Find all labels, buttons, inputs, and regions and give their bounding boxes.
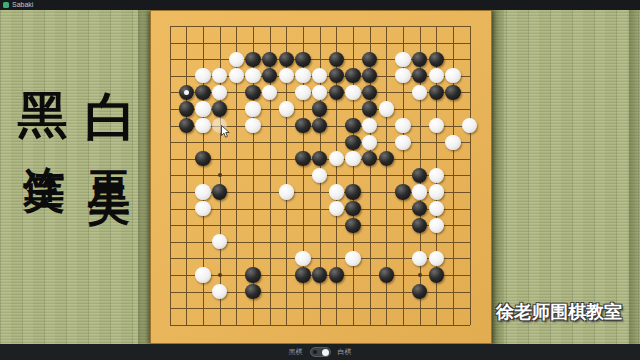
black-stone [295,52,310,67]
white-stone [312,85,327,100]
white-stone [395,118,410,133]
white-stone [212,68,227,83]
white-stone [379,101,394,116]
black-stone [345,118,360,133]
star-point [218,273,222,277]
star-point [218,173,222,177]
white-stone [395,68,410,83]
grid-line-vertical [470,26,471,325]
black-stone [179,101,194,116]
toggle-knob[interactable] [322,349,329,356]
grid-line-horizontal [170,308,470,309]
black-stone [312,267,327,282]
window-titlebar[interactable]: Sabaki [0,0,640,10]
white-stone [345,85,360,100]
black-stone [379,267,394,282]
black-stone [295,151,310,166]
mouse-cursor-icon [221,124,230,142]
black-stone [195,151,210,166]
grid-line-horizontal [170,325,470,326]
go-board[interactable] [150,10,492,344]
black-stone [312,101,327,116]
black-stone [362,52,377,67]
white-stone [279,68,294,83]
white-stone [429,184,444,199]
white-stone [312,68,327,83]
mat-seam-left [138,10,149,344]
black-stone [212,184,227,199]
white-stone [329,184,344,199]
black-stone [412,168,427,183]
white-stone [429,168,444,183]
black-stone [412,52,427,67]
black-stone [245,52,260,67]
white-stone [429,251,444,266]
black-stone [279,52,294,67]
white-stone [195,101,210,116]
white-stone [295,251,310,266]
white-stone [345,151,360,166]
white-stone [195,118,210,133]
white-stone [279,101,294,116]
black-stone [212,101,227,116]
white-stone [429,218,444,233]
white-stone [262,85,277,100]
white-stone [229,52,244,67]
bottom-toolbar: 黑棋 白棋 [0,344,640,360]
black-stone [362,151,377,166]
black-stone [295,118,310,133]
black-stone [412,201,427,216]
black-stone [362,85,377,100]
white-stone [412,184,427,199]
black-stone [412,68,427,83]
black-stone [295,267,310,282]
white-stone [329,151,344,166]
toggle-black-label: 黑棋 [289,344,303,360]
mat-seam-far-right [629,10,640,344]
white-stone [395,135,410,150]
white-stone [412,251,427,266]
white-stone [362,118,377,133]
white-stone [195,184,210,199]
white-stone [429,118,444,133]
white-stone [245,68,260,83]
black-stone [429,85,444,100]
black-stone [412,218,427,233]
white-stone [429,201,444,216]
white-stone [329,201,344,216]
black-stone [179,118,194,133]
black-stone [345,218,360,233]
black-stone [329,52,344,67]
black-stone [429,52,444,67]
sabaki-app-icon [3,2,9,8]
last-move-marker [184,90,189,95]
white-stone [412,85,427,100]
black-stone [362,101,377,116]
window-title: Sabaki [12,0,33,10]
toggle-white-label: 白棋 [338,344,352,360]
black-stone [195,85,210,100]
white-stone [345,251,360,266]
black-stone [345,184,360,199]
white-stone [212,85,227,100]
white-stone [195,267,210,282]
black-stone [379,151,394,166]
black-stone [345,201,360,216]
white-stone [212,234,227,249]
white-stone [362,135,377,150]
black-stone [412,284,427,299]
white-stone [395,52,410,67]
black-stone [329,85,344,100]
black-stone [262,68,277,83]
mat-seam-right [492,10,504,344]
white-stone [295,68,310,83]
white-stone [445,135,460,150]
white-stone [245,118,260,133]
white-stone [229,68,244,83]
black-stone [245,284,260,299]
black-stone [312,118,327,133]
black-stone [395,184,410,199]
black-stone [262,52,277,67]
white-stone [429,68,444,83]
white-stone [245,101,260,116]
white-stone [312,168,327,183]
black-stone [345,68,360,83]
black-stone [445,85,460,100]
star-point [418,273,422,277]
black-stone [362,68,377,83]
white-stone [462,118,477,133]
white-player-name: 王星昊 [81,138,137,156]
black-stone [329,267,344,282]
black-stone [312,151,327,166]
toggle-black-dot [313,350,317,354]
white-stone [212,284,227,299]
black-stone [245,85,260,100]
black-stone [345,135,360,150]
black-stone [329,68,344,83]
white-stone [279,184,294,199]
channel-watermark: 徐老师围棋教室 [496,300,630,324]
black-stone [429,267,444,282]
black-player-name: 连笑 [16,132,72,144]
white-stone [195,68,210,83]
stone-color-toggle[interactable] [310,347,331,357]
white-stone [445,68,460,83]
white-stone [295,85,310,100]
black-stone [245,267,260,282]
white-stone [195,201,210,216]
